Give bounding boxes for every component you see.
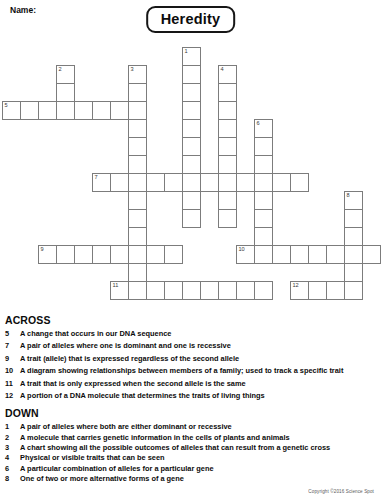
crossword-cell[interactable]: 4	[218, 65, 237, 84]
clue-number: 7	[5, 341, 20, 350]
crossword-cell[interactable]	[218, 137, 237, 156]
crossword-cell[interactable]	[272, 173, 291, 192]
clue-text: A particular combination of alleles for …	[20, 464, 214, 473]
crossword-cell[interactable]	[182, 155, 201, 174]
crossword-cell[interactable]: 2	[56, 65, 75, 84]
crossword-cell[interactable]	[56, 83, 75, 102]
clue-number: 11	[5, 379, 20, 388]
crossword-cell[interactable]	[344, 227, 363, 246]
crossword-cell[interactable]	[308, 245, 327, 264]
crossword-cell[interactable]	[74, 101, 93, 120]
crossword-cell[interactable]	[200, 281, 219, 300]
crossword-cell[interactable]	[128, 281, 147, 300]
clue-text: A diagram showing relationships between …	[20, 366, 343, 375]
clue-text: One of two or more alternative forms of …	[20, 474, 184, 483]
clue-text: A portion of a DNA molecule that determi…	[20, 391, 265, 400]
clue-text: A trait (allele) that is expressed regar…	[20, 354, 239, 363]
across-header: ACROSS	[5, 314, 378, 326]
crossword-cell[interactable]	[254, 137, 273, 156]
clue-row-down-8: 8One of two or more alternative forms of…	[5, 474, 378, 484]
cell-number: 7	[95, 174, 98, 181]
cell-number: 10	[239, 246, 245, 253]
worksheet-page: Name: Heredity 579101112123468 ACROSS 5A…	[0, 0, 381, 500]
clue-row-across-10: 10A diagram showing relationships betwee…	[5, 366, 378, 378]
crossword-cell[interactable]: 10	[236, 245, 255, 264]
crossword-cell[interactable]	[182, 83, 201, 102]
crossword-cell[interactable]	[110, 173, 129, 192]
crossword-cell[interactable]	[218, 191, 237, 210]
crossword-cell[interactable]	[182, 173, 201, 192]
clue-row-down-2: 2A molecule that carries genetic informa…	[5, 433, 378, 443]
crossword-cell[interactable]	[254, 245, 273, 264]
crossword-cell[interactable]	[272, 245, 291, 264]
crossword-cell[interactable]	[344, 281, 363, 300]
copyright-text: Copyright ©2016 Science Spot	[308, 489, 374, 494]
crossword-cell[interactable]	[344, 245, 363, 264]
crossword-cell[interactable]	[128, 137, 147, 156]
clue-number: 2	[5, 433, 20, 442]
clue-number: 4	[5, 453, 20, 462]
crossword-cell[interactable]: 5	[2, 101, 21, 120]
clues-panel: ACROSS 5A change that occurs in our DNA …	[5, 314, 378, 484]
clue-text: Physical or visible traits that can be s…	[20, 453, 165, 462]
crossword-cell[interactable]: 8	[344, 191, 363, 210]
across-clue-list: 5A change that occurs in our DNA sequenc…	[5, 329, 378, 403]
crossword-cell[interactable]	[128, 101, 147, 120]
crossword-cell[interactable]	[218, 119, 237, 138]
cell-number: 6	[257, 120, 260, 127]
clue-text: A change that occurs in our DNA sequence	[20, 329, 171, 338]
clue-text: A pair of alleles where both are either …	[20, 422, 232, 431]
down-header: DOWN	[5, 407, 378, 419]
crossword-cell[interactable]: 9	[38, 245, 57, 264]
crossword-cell[interactable]	[146, 281, 165, 300]
clue-row-across-12: 12A portion of a DNA molecule that deter…	[5, 391, 378, 403]
crossword-cell[interactable]	[128, 209, 147, 228]
clue-row-down-4: 4Physical or visible traits that can be …	[5, 453, 378, 463]
crossword-cell[interactable]	[182, 119, 201, 138]
crossword-cell[interactable]	[128, 245, 147, 264]
crossword-cell[interactable]: 7	[92, 173, 111, 192]
cell-number: 8	[347, 192, 350, 199]
crossword-cell[interactable]	[362, 245, 381, 264]
crossword-cell[interactable]: 6	[254, 119, 273, 138]
crossword-cell[interactable]	[164, 281, 183, 300]
crossword-cell[interactable]: 3	[128, 65, 147, 84]
crossword-cell[interactable]	[218, 83, 237, 102]
crossword-cell[interactable]	[290, 245, 309, 264]
clue-row-down-3: 3A chart showing all the possible outcom…	[5, 443, 378, 453]
crossword-cell[interactable]	[164, 173, 183, 192]
crossword-cell[interactable]: 12	[290, 281, 309, 300]
crossword-cell[interactable]	[182, 65, 201, 84]
crossword-cell[interactable]	[326, 245, 345, 264]
crossword-cell[interactable]	[146, 245, 165, 264]
name-label: Name:	[10, 5, 36, 15]
crossword-cell[interactable]	[344, 263, 363, 282]
crossword-cell[interactable]	[182, 101, 201, 120]
clue-number: 8	[5, 474, 20, 483]
crossword-cell[interactable]	[110, 101, 129, 120]
clue-row-across-5: 5A change that occurs in our DNA sequenc…	[5, 329, 378, 341]
crossword-cell[interactable]: 11	[110, 281, 129, 300]
clue-number: 9	[5, 354, 20, 363]
clue-row-down-1: 1A pair of alleles where both are either…	[5, 422, 378, 432]
clue-text: A trait that is only expressed when the …	[20, 379, 246, 388]
crossword-cell[interactable]	[182, 191, 201, 210]
cell-number: 4	[221, 66, 224, 73]
crossword-cell[interactable]	[92, 245, 111, 264]
clue-number: 5	[5, 329, 20, 338]
crossword-cell[interactable]	[128, 263, 147, 282]
crossword-cell[interactable]	[218, 209, 237, 228]
crossword-cell[interactable]	[128, 191, 147, 210]
crossword-cell[interactable]	[128, 83, 147, 102]
crossword-cell[interactable]	[56, 101, 75, 120]
crossword-cell[interactable]	[146, 173, 165, 192]
crossword-cell[interactable]	[236, 173, 255, 192]
clue-text: A pair of alleles where one is dominant …	[20, 341, 231, 350]
crossword-cell[interactable]	[56, 245, 75, 264]
clue-row-across-11: 11A trait that is only expressed when th…	[5, 379, 378, 391]
clue-number: 12	[5, 391, 20, 400]
crossword-cell[interactable]	[182, 137, 201, 156]
clue-row-across-7: 7A pair of alleles where one is dominant…	[5, 341, 378, 353]
crossword-cell[interactable]	[326, 281, 345, 300]
cell-number: 12	[293, 282, 299, 289]
puzzle-title: Heredity	[161, 11, 221, 27]
puzzle-title-box: Heredity	[146, 6, 236, 33]
cell-number: 5	[5, 102, 8, 109]
cell-number: 11	[113, 282, 119, 289]
clue-row-across-9: 9A trait (allele) that is expressed rega…	[5, 354, 378, 366]
cell-number: 3	[131, 66, 134, 73]
clue-row-down-6: 6A particular combination of alleles for…	[5, 464, 378, 474]
clue-number: 10	[5, 366, 20, 375]
crossword-cell[interactable]	[254, 209, 273, 228]
crossword-cell[interactable]	[254, 227, 273, 246]
cell-number: 2	[59, 66, 62, 73]
clue-number: 6	[5, 464, 20, 473]
crossword-cell[interactable]	[308, 281, 327, 300]
clue-text: A chart showing all the possible outcome…	[20, 443, 330, 452]
crossword-cell[interactable]	[218, 155, 237, 174]
crossword-cell[interactable]	[182, 281, 201, 300]
crossword-cell[interactable]	[110, 245, 129, 264]
down-clue-list: 1A pair of alleles where both are either…	[5, 422, 378, 484]
crossword-cell[interactable]	[182, 209, 201, 228]
crossword-cell[interactable]	[290, 173, 309, 192]
crossword-cell[interactable]	[128, 227, 147, 246]
crossword-cell[interactable]	[218, 101, 237, 120]
crossword-cell[interactable]	[254, 281, 273, 300]
crossword-grid: 579101112123468	[2, 47, 381, 300]
crossword-cell[interactable]	[218, 173, 237, 192]
crossword-cell[interactable]	[128, 119, 147, 138]
crossword-cell[interactable]	[218, 281, 237, 300]
crossword-cell[interactable]	[128, 173, 147, 192]
crossword-cell[interactable]	[38, 101, 57, 120]
clue-number: 1	[5, 422, 20, 431]
crossword-cell[interactable]	[20, 101, 39, 120]
cell-number: 1	[185, 48, 188, 55]
clue-text: A molecule that carries genetic informat…	[20, 433, 290, 442]
crossword-cell[interactable]	[254, 155, 273, 174]
crossword-cell[interactable]	[236, 281, 255, 300]
cell-number: 9	[41, 246, 44, 253]
crossword-cell[interactable]	[92, 101, 111, 120]
crossword-cell[interactable]: 1	[182, 47, 201, 66]
crossword-cell[interactable]	[254, 191, 273, 210]
clue-number: 3	[5, 443, 20, 452]
crossword-cell[interactable]	[254, 173, 273, 192]
crossword-cell[interactable]	[200, 173, 219, 192]
crossword-cell[interactable]	[128, 155, 147, 174]
crossword-cell[interactable]	[164, 245, 183, 264]
crossword-cell[interactable]	[344, 209, 363, 228]
crossword-cell[interactable]	[74, 245, 93, 264]
